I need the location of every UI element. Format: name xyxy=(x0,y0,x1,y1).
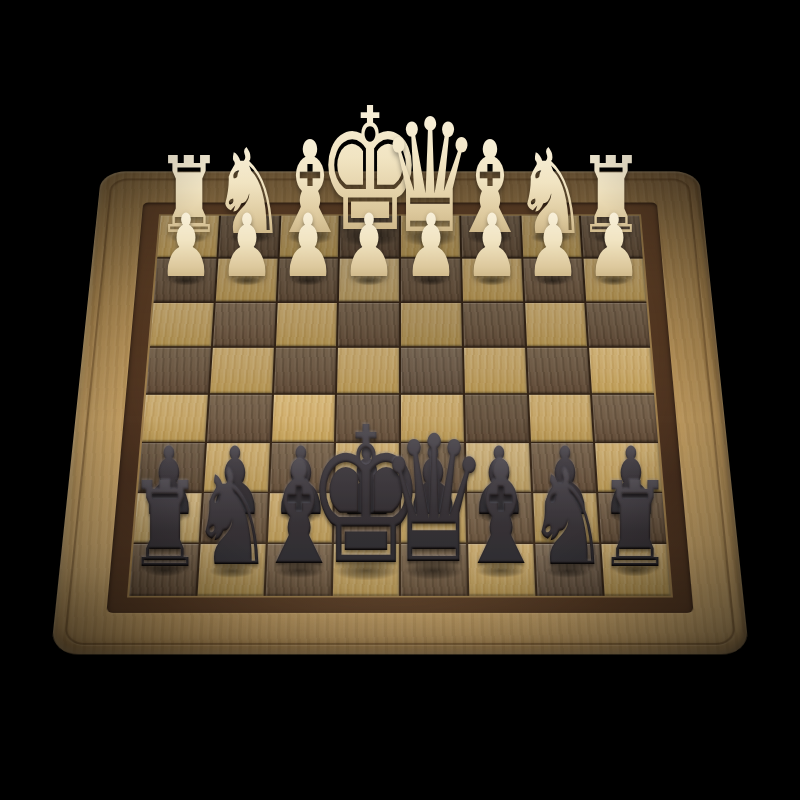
board-square xyxy=(464,348,527,393)
board-square xyxy=(138,443,205,491)
board-square xyxy=(157,216,219,257)
board-square xyxy=(334,493,399,543)
board-square xyxy=(272,395,336,442)
board-square xyxy=(150,303,214,347)
board-square xyxy=(525,303,588,347)
board-square xyxy=(204,443,270,491)
board-square xyxy=(461,216,521,257)
board-square xyxy=(279,216,339,257)
board-square xyxy=(210,348,274,393)
board-square xyxy=(595,443,662,491)
board-scene xyxy=(78,72,722,716)
board-square xyxy=(581,216,643,257)
board-square xyxy=(463,303,525,347)
board-square xyxy=(146,348,211,393)
board-square xyxy=(340,216,399,257)
board-square xyxy=(335,443,399,491)
board-square xyxy=(401,348,463,393)
board-square xyxy=(277,258,338,301)
board-square xyxy=(401,395,464,442)
board-square xyxy=(535,544,603,595)
board-square xyxy=(401,493,466,543)
board-square xyxy=(129,544,198,595)
board-square xyxy=(401,303,462,347)
board-square xyxy=(602,544,671,595)
board-square xyxy=(201,493,268,543)
page: { "game": "chess", "position": { "fen": … xyxy=(0,0,800,800)
board-square xyxy=(466,443,531,491)
board-square xyxy=(269,443,334,491)
board-square xyxy=(531,443,597,491)
board-square xyxy=(333,544,399,595)
board-square xyxy=(592,395,658,442)
board-square xyxy=(275,303,337,347)
board-square xyxy=(468,544,535,595)
board-square xyxy=(274,348,337,393)
board-square xyxy=(134,493,202,543)
board-square xyxy=(401,544,467,595)
board-square xyxy=(521,216,582,257)
board-square xyxy=(338,303,399,347)
board-square xyxy=(218,216,279,257)
board-square xyxy=(589,348,654,393)
board-square xyxy=(527,348,591,393)
board-square xyxy=(339,258,399,301)
board-square xyxy=(598,493,666,543)
board-square xyxy=(533,493,600,543)
board-square xyxy=(587,303,651,347)
board-square xyxy=(336,395,399,442)
board-square xyxy=(267,493,333,543)
board-square xyxy=(401,443,465,491)
board-square xyxy=(523,258,585,301)
board-square xyxy=(529,395,594,442)
chess-board xyxy=(51,171,750,654)
board-square xyxy=(401,258,461,301)
board-square xyxy=(142,395,208,442)
board-square xyxy=(337,348,399,393)
board-grid xyxy=(127,214,673,597)
board-square xyxy=(216,258,278,301)
board-square xyxy=(401,216,460,257)
board-square xyxy=(197,544,265,595)
board-square xyxy=(265,544,332,595)
board-square xyxy=(154,258,217,301)
board-square xyxy=(467,493,533,543)
board-square xyxy=(462,258,523,301)
board-square xyxy=(584,258,647,301)
board-square xyxy=(213,303,276,347)
board-square xyxy=(465,395,529,442)
board-square xyxy=(207,395,272,442)
